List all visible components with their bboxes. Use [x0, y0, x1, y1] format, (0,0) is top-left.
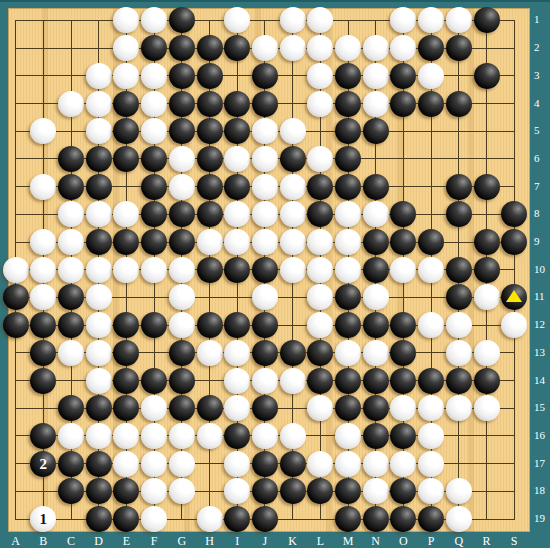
stone-black[interactable]	[197, 257, 223, 283]
stone-white[interactable]	[224, 368, 250, 394]
stone-black[interactable]	[252, 340, 278, 366]
stone-black[interactable]	[197, 395, 223, 421]
stone-white[interactable]	[252, 118, 278, 144]
stone-white[interactable]	[307, 35, 333, 61]
stone-white[interactable]	[224, 395, 250, 421]
stone-white[interactable]	[252, 146, 278, 172]
stone-white[interactable]	[280, 201, 306, 227]
stone-white[interactable]	[224, 201, 250, 227]
col-label: J	[256, 534, 274, 548]
stone-white[interactable]	[252, 284, 278, 310]
stone-white[interactable]	[58, 201, 84, 227]
stone-black[interactable]	[224, 118, 250, 144]
stone-white[interactable]	[86, 118, 112, 144]
stone-white[interactable]	[169, 478, 195, 504]
stone-black[interactable]	[474, 229, 500, 255]
stone-black[interactable]	[335, 174, 361, 200]
stone-white[interactable]	[307, 229, 333, 255]
stone-white[interactable]	[280, 118, 306, 144]
stone-white[interactable]	[141, 118, 167, 144]
stone-white[interactable]	[307, 146, 333, 172]
stone-black[interactable]	[113, 506, 139, 532]
stone-black[interactable]	[446, 35, 472, 61]
stone-white[interactable]	[390, 451, 416, 477]
stone-white[interactable]	[224, 340, 250, 366]
stone-black[interactable]	[335, 395, 361, 421]
stone-white[interactable]	[335, 451, 361, 477]
stone-black[interactable]	[30, 312, 56, 338]
stone-white[interactable]	[30, 174, 56, 200]
row-label: 6	[534, 152, 550, 164]
stone-black[interactable]	[363, 229, 389, 255]
stone-black[interactable]	[307, 340, 333, 366]
stone-white[interactable]	[113, 7, 139, 33]
stone-black[interactable]	[58, 284, 84, 310]
stone-white[interactable]	[169, 174, 195, 200]
col-label: K	[284, 534, 302, 548]
stone-white[interactable]	[169, 312, 195, 338]
stone-black[interactable]	[390, 201, 416, 227]
stone-black[interactable]	[252, 506, 278, 532]
col-label: F	[145, 534, 163, 548]
stone-white[interactable]	[224, 478, 250, 504]
stone-white[interactable]	[446, 395, 472, 421]
stone-black[interactable]	[169, 201, 195, 227]
stone-white[interactable]	[501, 312, 527, 338]
stone-black[interactable]	[252, 312, 278, 338]
stone-white[interactable]	[252, 229, 278, 255]
stone-white[interactable]	[58, 340, 84, 366]
stone-white[interactable]	[418, 395, 444, 421]
stone-black[interactable]	[224, 312, 250, 338]
stone-black[interactable]	[335, 284, 361, 310]
stone-black[interactable]	[446, 284, 472, 310]
stone-black[interactable]	[307, 478, 333, 504]
stone-black[interactable]	[197, 63, 223, 89]
stone-white[interactable]	[280, 423, 306, 449]
stone-black[interactable]	[113, 118, 139, 144]
stone-black[interactable]	[474, 368, 500, 394]
stone-black[interactable]	[252, 395, 278, 421]
stone-white[interactable]	[363, 451, 389, 477]
stone-white[interactable]	[252, 35, 278, 61]
stone-black[interactable]	[390, 63, 416, 89]
stone-black[interactable]	[197, 201, 223, 227]
row-label: 14	[534, 374, 550, 386]
stone-black[interactable]	[169, 7, 195, 33]
stone-white[interactable]	[446, 506, 472, 532]
stone-black[interactable]	[418, 229, 444, 255]
stone-black[interactable]	[280, 478, 306, 504]
stone-white[interactable]	[418, 7, 444, 33]
stone-black[interactable]	[280, 451, 306, 477]
row-label: 17	[534, 457, 550, 469]
stone-white[interactable]	[224, 146, 250, 172]
stone-white[interactable]	[224, 229, 250, 255]
stone-white[interactable]	[252, 368, 278, 394]
col-label: L	[311, 534, 329, 548]
board-layer: ABCDEFGHIJKLMNOPQRS123456789101112131415…	[0, 2, 550, 548]
stone-black[interactable]	[58, 478, 84, 504]
stone-white[interactable]	[418, 451, 444, 477]
stone-black[interactable]	[224, 257, 250, 283]
stone-black[interactable]	[197, 174, 223, 200]
row-label: 13	[534, 346, 550, 358]
stone-black[interactable]	[335, 368, 361, 394]
stone-white[interactable]	[363, 63, 389, 89]
row-label: 9	[534, 235, 550, 247]
stone-white[interactable]	[197, 340, 223, 366]
stone-white[interactable]	[474, 284, 500, 310]
stone-black[interactable]	[363, 506, 389, 532]
stone-white[interactable]	[113, 451, 139, 477]
stone-black[interactable]	[30, 340, 56, 366]
stone-black[interactable]	[280, 340, 306, 366]
stone-black[interactable]	[86, 506, 112, 532]
col-label: H	[201, 534, 219, 548]
stone-black[interactable]	[335, 506, 361, 532]
stone-white[interactable]	[363, 284, 389, 310]
stone-black[interactable]	[58, 451, 84, 477]
stone-white[interactable]	[335, 35, 361, 61]
col-label: N	[367, 534, 385, 548]
stone-black[interactable]	[113, 312, 139, 338]
stone-white[interactable]	[307, 451, 333, 477]
stone-white[interactable]	[141, 451, 167, 477]
stone-white[interactable]	[141, 257, 167, 283]
stone-black[interactable]	[169, 395, 195, 421]
stone-white[interactable]	[197, 506, 223, 532]
stone-black[interactable]	[169, 63, 195, 89]
stone-black[interactable]	[418, 368, 444, 394]
stone-black[interactable]	[169, 91, 195, 117]
stone-white[interactable]	[86, 340, 112, 366]
stone-white[interactable]	[169, 146, 195, 172]
stone-white[interactable]	[446, 312, 472, 338]
stone-white[interactable]	[86, 63, 112, 89]
stone-white[interactable]	[418, 312, 444, 338]
stone-black[interactable]	[86, 451, 112, 477]
stone-black[interactable]	[418, 506, 444, 532]
stone-white[interactable]	[335, 423, 361, 449]
stone-white[interactable]	[58, 229, 84, 255]
stone-black[interactable]	[363, 368, 389, 394]
stone-white[interactable]	[307, 63, 333, 89]
col-label: S	[505, 534, 523, 548]
stone-black[interactable]	[141, 201, 167, 227]
stone-black[interactable]	[363, 395, 389, 421]
stone-white[interactable]	[113, 423, 139, 449]
stone-white[interactable]	[224, 7, 250, 33]
go-board-frame: ABCDEFGHIJKLMNOPQRS123456789101112131415…	[0, 0, 550, 548]
stone-white[interactable]	[363, 201, 389, 227]
stone-black[interactable]	[446, 174, 472, 200]
stone-black[interactable]	[197, 146, 223, 172]
stone-white[interactable]	[446, 340, 472, 366]
stone-white[interactable]	[280, 7, 306, 33]
stone-white[interactable]	[113, 63, 139, 89]
row-label: 18	[534, 484, 550, 496]
stone-black[interactable]	[390, 506, 416, 532]
stone-black[interactable]: 2	[30, 451, 56, 477]
stone-black[interactable]	[335, 478, 361, 504]
stone-black[interactable]	[446, 91, 472, 117]
stone-black[interactable]	[224, 506, 250, 532]
stone-black[interactable]	[390, 229, 416, 255]
stone-white[interactable]	[418, 257, 444, 283]
stone-black[interactable]	[252, 91, 278, 117]
stone-black[interactable]	[474, 7, 500, 33]
stone-black[interactable]	[363, 118, 389, 144]
row-label: 7	[534, 180, 550, 192]
stone-black[interactable]	[169, 229, 195, 255]
stone-white[interactable]	[335, 257, 361, 283]
stone-white[interactable]	[169, 257, 195, 283]
stone-white[interactable]	[280, 368, 306, 394]
stone-white[interactable]	[86, 368, 112, 394]
stone-white[interactable]	[418, 478, 444, 504]
stone-black[interactable]	[363, 174, 389, 200]
stone-black[interactable]	[169, 340, 195, 366]
stone-white[interactable]	[141, 91, 167, 117]
stone-black[interactable]	[390, 340, 416, 366]
stone-white[interactable]	[141, 478, 167, 504]
stone-black[interactable]	[390, 368, 416, 394]
stone-white[interactable]	[307, 257, 333, 283]
col-label: G	[173, 534, 191, 548]
col-label: A	[7, 534, 25, 548]
triangle-marker-icon	[506, 290, 522, 302]
stone-black[interactable]	[335, 63, 361, 89]
stone-black[interactable]	[307, 368, 333, 394]
stone-black[interactable]	[58, 146, 84, 172]
stone-white[interactable]	[58, 423, 84, 449]
stone-white[interactable]	[363, 340, 389, 366]
stone-white[interactable]	[307, 7, 333, 33]
stone-white[interactable]	[30, 257, 56, 283]
stone-black[interactable]	[113, 478, 139, 504]
stone-black[interactable]	[446, 201, 472, 227]
stone-white[interactable]	[113, 35, 139, 61]
stone-black[interactable]	[58, 312, 84, 338]
stone-black[interactable]	[252, 451, 278, 477]
stone-black[interactable]	[224, 35, 250, 61]
stone-white[interactable]	[390, 7, 416, 33]
stone-black[interactable]	[113, 395, 139, 421]
stone-black[interactable]	[197, 118, 223, 144]
row-label: 1	[534, 13, 550, 25]
stone-white[interactable]	[58, 257, 84, 283]
stone-black[interactable]	[224, 174, 250, 200]
stone-black[interactable]	[390, 312, 416, 338]
stone-white[interactable]	[252, 423, 278, 449]
stone-white[interactable]	[363, 478, 389, 504]
stone-black[interactable]	[252, 63, 278, 89]
stone-white[interactable]	[58, 91, 84, 117]
stone-white[interactable]	[169, 423, 195, 449]
stone-white[interactable]	[446, 7, 472, 33]
stone-black[interactable]	[418, 35, 444, 61]
stone-black[interactable]	[86, 478, 112, 504]
stone-white[interactable]: 1	[30, 506, 56, 532]
stone-black[interactable]	[197, 91, 223, 117]
stone-black[interactable]	[86, 229, 112, 255]
stone-black[interactable]	[390, 91, 416, 117]
stone-white[interactable]	[363, 91, 389, 117]
stone-black[interactable]	[3, 312, 29, 338]
stone-black[interactable]	[141, 146, 167, 172]
stone-white[interactable]	[197, 423, 223, 449]
stone-black[interactable]	[501, 201, 527, 227]
stone-white[interactable]	[474, 340, 500, 366]
stone-black[interactable]	[224, 423, 250, 449]
stone-black[interactable]	[58, 174, 84, 200]
stone-black[interactable]	[252, 257, 278, 283]
stone-black[interactable]	[30, 368, 56, 394]
stone-black[interactable]	[252, 478, 278, 504]
stone-white[interactable]	[335, 229, 361, 255]
stone-black[interactable]	[169, 35, 195, 61]
stone-black[interactable]	[86, 395, 112, 421]
stone-white[interactable]	[307, 284, 333, 310]
stone-black[interactable]	[418, 91, 444, 117]
col-label: O	[394, 534, 412, 548]
stone-black[interactable]	[113, 91, 139, 117]
stone-white[interactable]	[418, 63, 444, 89]
stone-black[interactable]	[280, 146, 306, 172]
stone-black[interactable]	[113, 340, 139, 366]
col-label: D	[90, 534, 108, 548]
stone-white[interactable]	[141, 7, 167, 33]
stone-black[interactable]	[363, 312, 389, 338]
stone-white[interactable]	[141, 395, 167, 421]
stone-white[interactable]	[141, 63, 167, 89]
stone-white[interactable]	[280, 174, 306, 200]
stone-black[interactable]	[113, 368, 139, 394]
stone-white[interactable]	[86, 201, 112, 227]
stone-black[interactable]	[335, 312, 361, 338]
stone-white[interactable]	[30, 229, 56, 255]
col-label: P	[422, 534, 440, 548]
stone-white[interactable]	[141, 506, 167, 532]
row-label: 16	[534, 429, 550, 441]
stone-black[interactable]	[169, 368, 195, 394]
col-label: C	[62, 534, 80, 548]
stone-white[interactable]	[363, 35, 389, 61]
stone-white[interactable]	[252, 174, 278, 200]
row-label: 3	[534, 69, 550, 81]
stone-black[interactable]	[307, 201, 333, 227]
stone-black[interactable]	[141, 368, 167, 394]
stone-black[interactable]	[335, 118, 361, 144]
stone-black[interactable]	[390, 478, 416, 504]
stone-white[interactable]	[335, 201, 361, 227]
stone-white[interactable]	[335, 340, 361, 366]
stone-black[interactable]	[197, 35, 223, 61]
stone-white[interactable]	[224, 451, 250, 477]
stone-black[interactable]	[224, 91, 250, 117]
stone-white[interactable]	[86, 312, 112, 338]
stone-black[interactable]	[474, 63, 500, 89]
row-label: 10	[534, 263, 550, 275]
stone-black[interactable]	[86, 174, 112, 200]
stone-white[interactable]	[446, 478, 472, 504]
col-label: E	[117, 534, 135, 548]
row-label: 8	[534, 207, 550, 219]
stone-black[interactable]	[197, 312, 223, 338]
stone-white[interactable]	[307, 395, 333, 421]
stone-white[interactable]	[30, 284, 56, 310]
stone-black[interactable]	[113, 229, 139, 255]
row-label: 11	[534, 290, 550, 302]
stone-black[interactable]	[446, 257, 472, 283]
stone-white[interactable]	[86, 423, 112, 449]
row-label: 5	[534, 124, 550, 136]
stone-white[interactable]	[30, 118, 56, 144]
stone-white[interactable]	[418, 423, 444, 449]
stone-white[interactable]	[307, 91, 333, 117]
stone-black[interactable]	[390, 423, 416, 449]
stone-black[interactable]	[363, 423, 389, 449]
stone-white[interactable]	[113, 257, 139, 283]
stone-white[interactable]	[3, 257, 29, 283]
stone-black[interactable]	[58, 395, 84, 421]
stone-black[interactable]	[474, 174, 500, 200]
stone-black[interactable]	[169, 118, 195, 144]
stone-white[interactable]	[280, 35, 306, 61]
stone-black[interactable]	[141, 229, 167, 255]
stone-black[interactable]	[307, 174, 333, 200]
stone-black[interactable]	[474, 257, 500, 283]
stone-white[interactable]	[141, 423, 167, 449]
col-label: Q	[450, 534, 468, 548]
col-label: I	[228, 534, 246, 548]
stone-black[interactable]	[113, 146, 139, 172]
stone-black[interactable]	[446, 368, 472, 394]
stone-white[interactable]	[252, 201, 278, 227]
stone-white[interactable]	[280, 229, 306, 255]
stone-white[interactable]	[169, 451, 195, 477]
stone-white[interactable]	[390, 257, 416, 283]
stone-white[interactable]	[86, 284, 112, 310]
stone-black[interactable]	[363, 257, 389, 283]
stone-white[interactable]	[390, 35, 416, 61]
stone-white[interactable]	[113, 201, 139, 227]
row-label: 4	[534, 97, 550, 109]
stone-black[interactable]	[86, 146, 112, 172]
stone-white[interactable]	[169, 284, 195, 310]
stone-white[interactable]	[86, 257, 112, 283]
stone-black[interactable]	[335, 91, 361, 117]
stone-white[interactable]	[86, 91, 112, 117]
stone-white[interactable]	[280, 257, 306, 283]
row-label: 15	[534, 401, 550, 413]
stone-black[interactable]	[30, 423, 56, 449]
stone-black[interactable]	[335, 146, 361, 172]
stone-black[interactable]	[501, 229, 527, 255]
stone-black[interactable]	[141, 174, 167, 200]
stone-white[interactable]	[197, 229, 223, 255]
stone-black[interactable]	[3, 284, 29, 310]
stone-black[interactable]	[141, 312, 167, 338]
stone-white[interactable]	[474, 395, 500, 421]
stone-black[interactable]	[141, 35, 167, 61]
stone-white[interactable]	[307, 312, 333, 338]
col-label: B	[34, 534, 52, 548]
stone-white[interactable]	[390, 395, 416, 421]
row-label: 19	[534, 512, 550, 524]
col-label: M	[339, 534, 357, 548]
